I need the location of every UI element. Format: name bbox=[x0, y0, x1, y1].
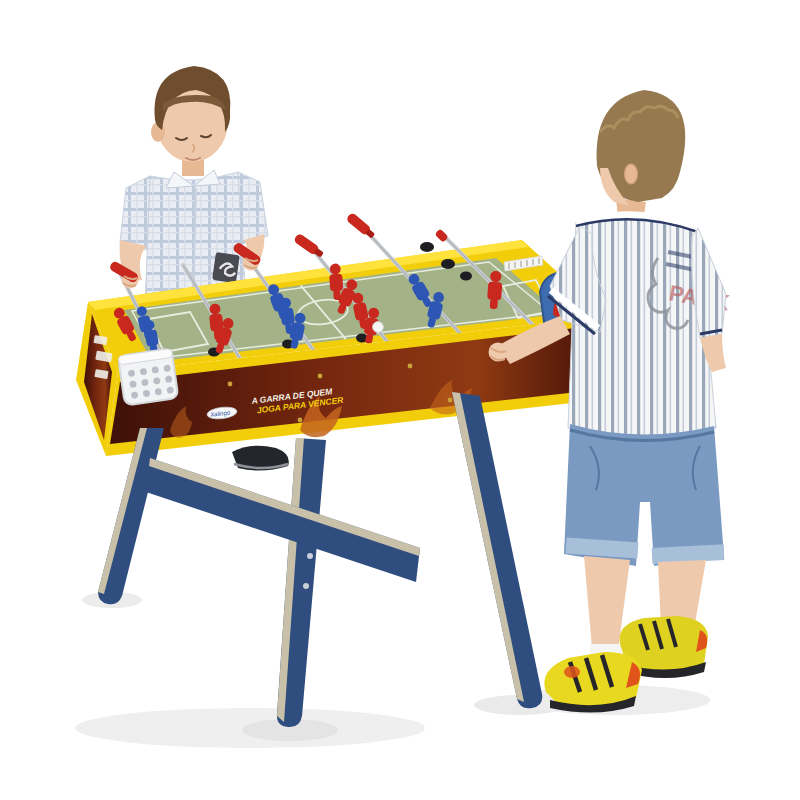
foosball-scene: A GARRA DE QUEM JOGA PARA VENCER Xalingo bbox=[0, 0, 800, 800]
ball bbox=[373, 322, 384, 333]
right-boy-ear bbox=[625, 164, 638, 184]
leg-screw bbox=[303, 583, 309, 589]
leg-screw bbox=[307, 553, 313, 559]
shoe-logo-patch bbox=[564, 666, 580, 678]
goal-basket bbox=[118, 348, 178, 405]
left-boy-shirt-patch bbox=[212, 252, 240, 283]
scene-canvas: A GARRA DE QUEM JOGA PARA VENCER Xalingo bbox=[0, 0, 800, 800]
